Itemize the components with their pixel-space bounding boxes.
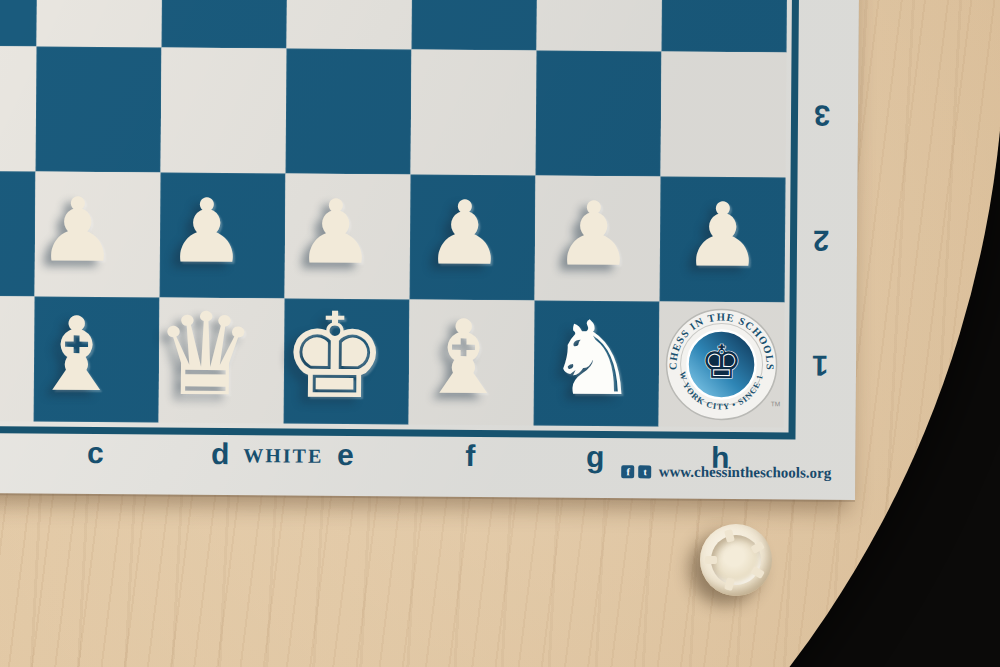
- square-e4[interactable]: [287, 0, 413, 50]
- square-c4[interactable]: [37, 0, 163, 48]
- piece-white-queen-d1[interactable]: ♛: [154, 297, 257, 412]
- square-b2[interactable]: [0, 171, 36, 297]
- square-d4[interactable]: [162, 0, 288, 49]
- piece-white-pawn-d2[interactable]: ♟: [167, 187, 247, 276]
- facebook-icon: f: [622, 465, 635, 478]
- square-g4[interactable]: [537, 0, 663, 51]
- piece-white-rook-offboard[interactable]: [700, 524, 772, 596]
- rank-label-2: 2: [789, 177, 854, 302]
- cis-logo: CHESS IN THE SCHOOLS NEW YORK CITY • SIN…: [659, 301, 785, 427]
- square-e3[interactable]: [286, 49, 412, 175]
- rank-label-1: 1: [788, 302, 853, 427]
- square-f3[interactable]: [411, 50, 537, 176]
- square-c3[interactable]: [36, 47, 162, 173]
- square-g3[interactable]: [536, 50, 662, 176]
- piece-white-knight-g1[interactable]: ♞: [546, 307, 638, 410]
- logo-king-icon: ♚: [701, 335, 743, 389]
- board-footer: f t www.chessintheschools.org: [471, 459, 831, 484]
- piece-white-bishop-c1[interactable]: ♝: [30, 303, 122, 406]
- square-d3[interactable]: [161, 48, 287, 174]
- piece-white-pawn-c2[interactable]: ♟: [38, 186, 118, 275]
- square-h4[interactable]: [662, 0, 788, 52]
- piece-white-pawn-e2[interactable]: ♟: [296, 188, 376, 277]
- chess-board-sheet: cdefgh123 WHITE f t www.chessintheschool…: [0, 0, 864, 500]
- piece-white-pawn-f2[interactable]: ♟: [425, 189, 505, 278]
- rook-notch: [724, 577, 735, 591]
- square-b3[interactable]: [0, 46, 37, 172]
- board-url: www.chessintheschools.org: [659, 463, 832, 481]
- twitter-icon: t: [639, 465, 652, 478]
- square-b4[interactable]: [0, 0, 38, 47]
- rook-notch: [724, 529, 735, 543]
- square-b1[interactable]: [0, 296, 35, 422]
- piece-white-king-e1[interactable]: ♚: [281, 296, 388, 415]
- piece-white-bishop-f1[interactable]: ♝: [417, 306, 509, 409]
- rank-label-3: 3: [790, 52, 855, 177]
- photo-stage: cdefgh123 WHITE f t www.chessintheschool…: [0, 0, 1000, 667]
- piece-white-pawn-g2[interactable]: ♟: [554, 190, 634, 279]
- piece-white-pawn-h2[interactable]: ♟: [683, 191, 763, 280]
- rook-notch: [705, 556, 717, 564]
- logo-trademark: TM: [771, 400, 780, 407]
- rook-hollow-top: [711, 535, 761, 585]
- square-h3[interactable]: [661, 51, 787, 177]
- square-f4[interactable]: [412, 0, 538, 50]
